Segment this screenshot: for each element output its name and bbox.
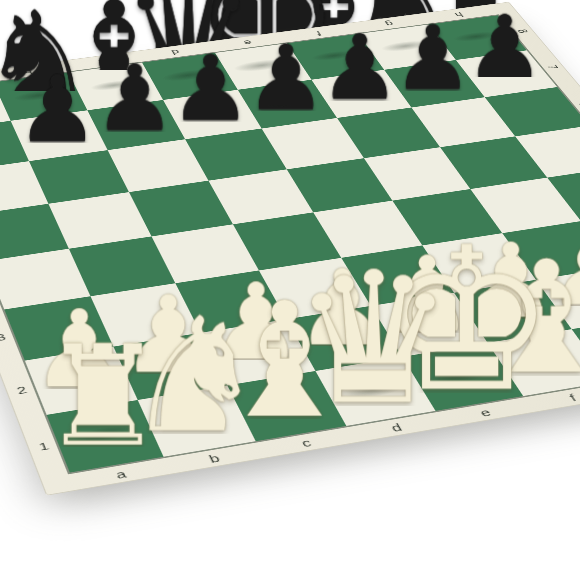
chess-board: aabbccddeeffgghh1122334455667788 ♜♞♝♛♚♝♞… xyxy=(0,2,580,496)
board-scene: aabbccddeeffgghh1122334455667788 ♜♞♝♛♚♝♞… xyxy=(0,0,580,580)
white-rook-a1[interactable]: ♜ xyxy=(18,327,189,466)
chessboard-photo: aabbccddeeffgghh1122334455667788 ♜♞♝♛♚♝♞… xyxy=(0,0,580,580)
